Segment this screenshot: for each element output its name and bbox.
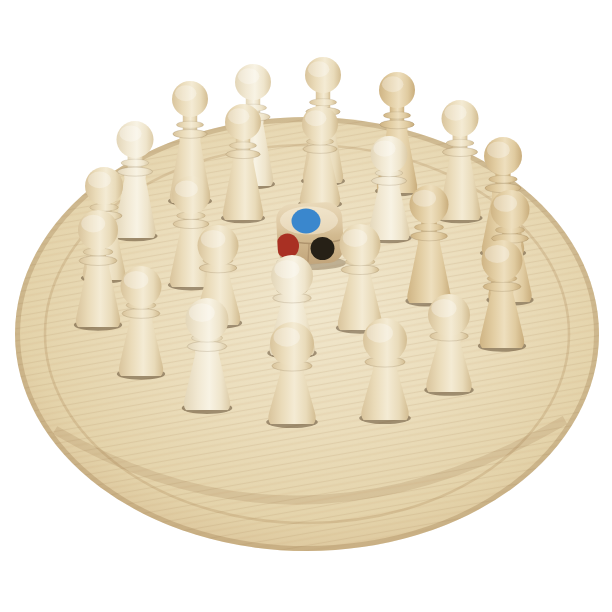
cell-a5-pawn[interactable]	[52, 42, 154, 122]
cell-b3-pawn[interactable]	[154, 203, 256, 283]
cell-d4-pawn[interactable]	[357, 122, 459, 202]
cell-b1-pawn[interactable]	[154, 364, 256, 444]
cell-a2-pawn[interactable]	[52, 283, 154, 363]
cell-e4-pawn[interactable]	[458, 122, 560, 202]
cell-b4-pawn[interactable]	[154, 122, 256, 202]
cell-d3-pawn[interactable]	[357, 203, 459, 283]
logical-board-grid	[52, 42, 560, 444]
cell-d5-pawn[interactable]	[357, 42, 459, 122]
memory-chess-product-photo	[0, 0, 612, 612]
cell-e5-pawn[interactable]	[458, 42, 560, 122]
cell-e3-pawn[interactable]	[458, 203, 560, 283]
cell-e2-pawn[interactable]	[458, 283, 560, 363]
cell-a4-pawn[interactable]	[52, 122, 154, 202]
cell-b2-pawn[interactable]	[154, 283, 256, 363]
cell-d2-pawn[interactable]	[357, 283, 459, 363]
cell-a1-pawn[interactable]	[52, 364, 154, 444]
cell-b5-pawn[interactable]	[154, 42, 256, 122]
cell-c4-pawn[interactable]	[255, 122, 357, 202]
cell-c2-pawn[interactable]	[255, 283, 357, 363]
cell-c1-pawn[interactable]	[255, 364, 357, 444]
cell-c5-pawn[interactable]	[255, 42, 357, 122]
cell-c3-die[interactable]	[255, 203, 357, 283]
cell-e1-pawn[interactable]	[458, 364, 560, 444]
cell-d1-pawn[interactable]	[357, 364, 459, 444]
cell-a3-pawn[interactable]	[52, 203, 154, 283]
